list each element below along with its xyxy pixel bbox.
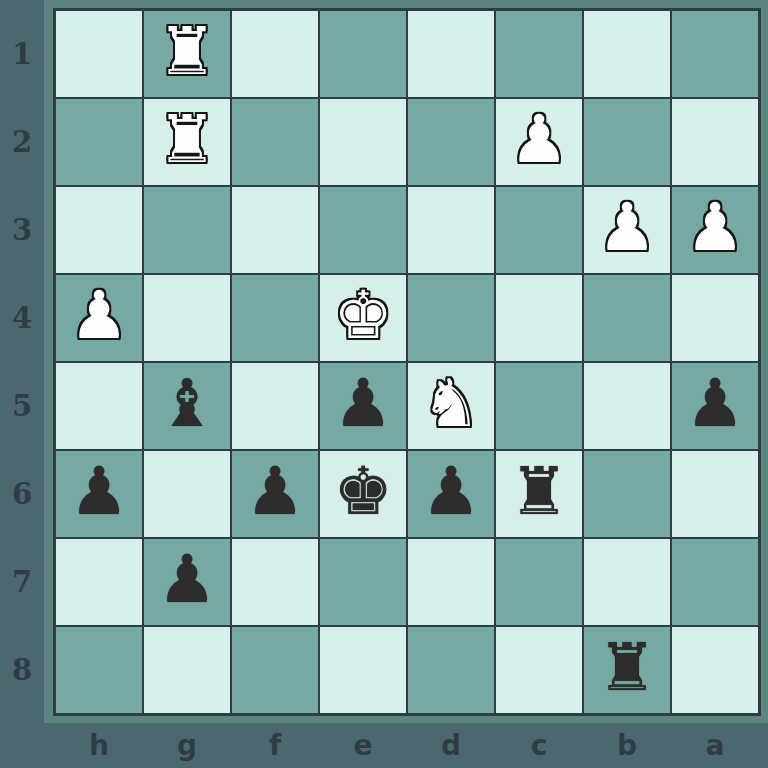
square-e3[interactable] [320, 187, 406, 273]
square-d8[interactable] [408, 627, 494, 713]
square-a2[interactable] [672, 99, 758, 185]
rank-label-7: 7 [0, 539, 44, 625]
square-a5[interactable]: ♟ [672, 363, 758, 449]
black-pawn-f6[interactable]: ♟ [245, 449, 304, 535]
rank-label-2: 2 [0, 99, 44, 185]
square-f3[interactable] [232, 187, 318, 273]
file-label-b: b [583, 723, 671, 768]
black-rook-b8[interactable]: ♜ [597, 625, 656, 711]
square-d7[interactable] [408, 539, 494, 625]
file-label-c: c [495, 723, 583, 768]
square-h1[interactable] [56, 11, 142, 97]
square-c5[interactable] [496, 363, 582, 449]
square-a4[interactable] [672, 275, 758, 361]
square-h7[interactable] [56, 539, 142, 625]
square-h2[interactable] [56, 99, 142, 185]
file-label-g: g [143, 723, 231, 768]
square-b4[interactable] [584, 275, 670, 361]
white-rook-g2[interactable]: ♜ [157, 97, 216, 183]
square-g3[interactable] [144, 187, 230, 273]
square-c4[interactable] [496, 275, 582, 361]
rank-label-1: 1 [0, 11, 44, 97]
square-a6[interactable] [672, 451, 758, 537]
square-h6[interactable]: ♟ [56, 451, 142, 537]
square-b6[interactable] [584, 451, 670, 537]
rank-label-3: 3 [0, 187, 44, 273]
square-b3[interactable]: ♟ [584, 187, 670, 273]
black-king-e6[interactable]: ♚ [333, 449, 392, 535]
square-b7[interactable] [584, 539, 670, 625]
square-g4[interactable] [144, 275, 230, 361]
square-a3[interactable]: ♟ [672, 187, 758, 273]
square-f1[interactable] [232, 11, 318, 97]
square-f6[interactable]: ♟ [232, 451, 318, 537]
square-b1[interactable] [584, 11, 670, 97]
square-e8[interactable] [320, 627, 406, 713]
square-e5[interactable]: ♟ [320, 363, 406, 449]
square-g8[interactable] [144, 627, 230, 713]
square-a8[interactable] [672, 627, 758, 713]
white-king-e4[interactable]: ♚ [333, 273, 392, 359]
square-a1[interactable] [672, 11, 758, 97]
square-d3[interactable] [408, 187, 494, 273]
square-e4[interactable]: ♚ [320, 275, 406, 361]
square-e7[interactable] [320, 539, 406, 625]
chess-app: ♜♜♟♟♟♟♚♝♟♞♟♟♟♚♟♜♟♜ 12345678 hgfedcba [0, 0, 768, 768]
black-pawn-e5[interactable]: ♟ [333, 361, 392, 447]
black-pawn-d6[interactable]: ♟ [421, 449, 480, 535]
square-f7[interactable] [232, 539, 318, 625]
square-g5[interactable]: ♝ [144, 363, 230, 449]
square-h5[interactable] [56, 363, 142, 449]
white-knight-d5[interactable]: ♞ [421, 361, 480, 447]
file-label-f: f [231, 723, 319, 768]
white-pawn-a3[interactable]: ♟ [685, 185, 744, 271]
square-g2[interactable]: ♜ [144, 99, 230, 185]
square-b5[interactable] [584, 363, 670, 449]
square-f8[interactable] [232, 627, 318, 713]
square-d2[interactable] [408, 99, 494, 185]
black-bishop-g5[interactable]: ♝ [157, 361, 216, 447]
black-pawn-h6[interactable]: ♟ [69, 449, 128, 535]
square-g1[interactable]: ♜ [144, 11, 230, 97]
square-c1[interactable] [496, 11, 582, 97]
square-g6[interactable] [144, 451, 230, 537]
white-pawn-h4[interactable]: ♟ [69, 273, 128, 359]
square-a7[interactable] [672, 539, 758, 625]
square-h4[interactable]: ♟ [56, 275, 142, 361]
white-rook-g1[interactable]: ♜ [157, 9, 216, 95]
white-pawn-c2[interactable]: ♟ [509, 97, 568, 183]
square-f4[interactable] [232, 275, 318, 361]
black-pawn-g7[interactable]: ♟ [157, 537, 216, 623]
rank-label-4: 4 [0, 275, 44, 361]
file-label-d: d [407, 723, 495, 768]
square-b8[interactable]: ♜ [584, 627, 670, 713]
white-pawn-b3[interactable]: ♟ [597, 185, 656, 271]
square-c3[interactable] [496, 187, 582, 273]
square-c6[interactable]: ♜ [496, 451, 582, 537]
file-label-e: e [319, 723, 407, 768]
square-c7[interactable] [496, 539, 582, 625]
square-d6[interactable]: ♟ [408, 451, 494, 537]
square-b2[interactable] [584, 99, 670, 185]
rank-label-6: 6 [0, 451, 44, 537]
square-d5[interactable]: ♞ [408, 363, 494, 449]
square-d4[interactable] [408, 275, 494, 361]
square-f5[interactable] [232, 363, 318, 449]
file-label-h: h [55, 723, 143, 768]
chess-board: ♜♜♟♟♟♟♚♝♟♞♟♟♟♚♟♜♟♜ [53, 8, 761, 716]
square-f2[interactable] [232, 99, 318, 185]
square-e2[interactable] [320, 99, 406, 185]
square-c2[interactable]: ♟ [496, 99, 582, 185]
square-g7[interactable]: ♟ [144, 539, 230, 625]
rank-label-8: 8 [0, 627, 44, 713]
square-e6[interactable]: ♚ [320, 451, 406, 537]
black-pawn-a5[interactable]: ♟ [685, 361, 744, 447]
rank-label-5: 5 [0, 363, 44, 449]
black-rook-c6[interactable]: ♜ [509, 449, 568, 535]
square-d1[interactable] [408, 11, 494, 97]
file-label-a: a [671, 723, 759, 768]
square-c8[interactable] [496, 627, 582, 713]
square-e1[interactable] [320, 11, 406, 97]
square-h3[interactable] [56, 187, 142, 273]
square-h8[interactable] [56, 627, 142, 713]
